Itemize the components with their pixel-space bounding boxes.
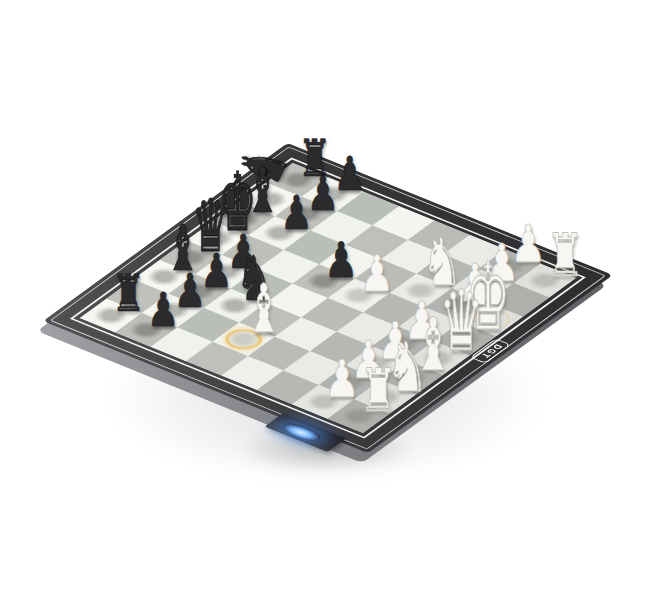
power-led-icon <box>279 421 324 443</box>
board-frame: ♜♝♛♚♝♞♜♟♟♟♟♟♟♟♞♝♟♟♞♟♟♟♟♟♟♟♜♞♝♛♚♜ DGT <box>43 143 613 453</box>
board-grid: ♜♝♛♚♝♞♜♟♟♟♟♟♟♟♞♝♟♟♞♟♟♟♟♟♟♟♜♞♝♛♚♜ <box>80 163 576 433</box>
